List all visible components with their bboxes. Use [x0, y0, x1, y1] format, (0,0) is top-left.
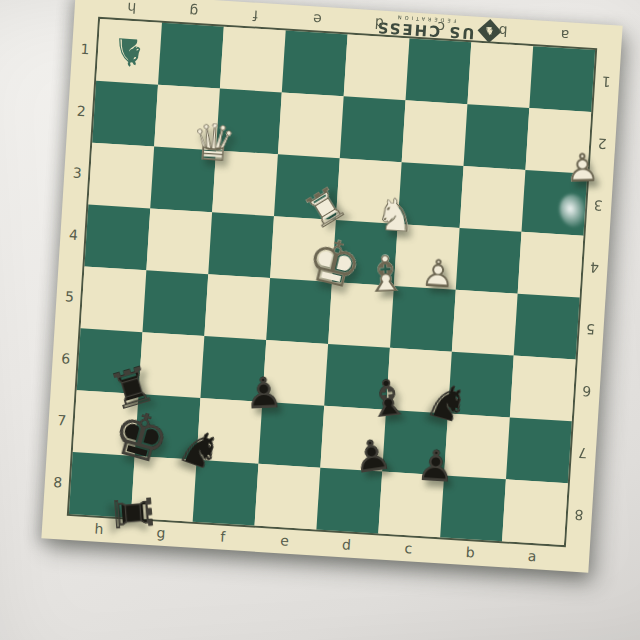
- piece-glyph-outline: ♙: [405, 241, 471, 307]
- file-label-e-bottom: e: [253, 526, 317, 556]
- square-h3[interactable]: [88, 143, 154, 209]
- square-f5[interactable]: [204, 274, 270, 340]
- rank-label-2-right: 2: [587, 112, 617, 176]
- rank-label-4-right: 4: [580, 236, 610, 300]
- rank-label-6-right: 6: [572, 359, 602, 423]
- white-knight-d3[interactable]: ♞♘: [362, 182, 428, 248]
- file-label-b-bottom: b: [439, 537, 503, 567]
- rank-label-4-left: 4: [59, 203, 89, 267]
- square-g1[interactable]: [158, 23, 224, 89]
- file-label-g-bottom: g: [129, 518, 193, 548]
- square-c1[interactable]: [406, 38, 472, 104]
- square-a1[interactable]: [529, 46, 595, 112]
- piece-glyph-outline: ♙: [232, 361, 297, 426]
- square-c2[interactable]: [402, 100, 468, 166]
- square-a4[interactable]: [518, 232, 584, 298]
- square-h5[interactable]: [81, 266, 147, 332]
- chess-board: ♞ US CHESS FEDERATION ♞♟♙♛♕♞♘♜♖♝♗♚♔♟♙♜♖♟…: [41, 0, 622, 573]
- square-a6[interactable]: [510, 356, 576, 422]
- corner-knight-emblem-icon: ♞: [96, 19, 162, 85]
- rank-label-5-right: 5: [576, 298, 606, 362]
- piece-glyph-outline: ♙: [337, 421, 407, 491]
- file-label-d-bottom: d: [315, 530, 379, 560]
- rank-label-7-left: 7: [47, 389, 77, 453]
- file-label-f-top: f: [224, 1, 288, 31]
- rank-label-7-right: 7: [568, 421, 598, 485]
- square-b1[interactable]: [467, 42, 533, 108]
- square-a5[interactable]: [514, 294, 580, 360]
- square-a7[interactable]: [506, 417, 572, 483]
- rank-label-1-left: 1: [70, 17, 100, 81]
- file-label-c-top: c: [409, 12, 473, 42]
- square-d2[interactable]: [340, 96, 406, 162]
- rank-label-3-left: 3: [62, 141, 92, 205]
- square-e1[interactable]: [282, 31, 348, 97]
- square-e2[interactable]: [278, 92, 344, 158]
- file-label-g-top: g: [162, 0, 226, 27]
- square-a8[interactable]: [502, 479, 568, 545]
- square-g4[interactable]: [146, 208, 212, 274]
- piece-glyph-outline: ♘: [362, 182, 428, 248]
- piece-glyph-outline: ♕: [181, 110, 247, 176]
- file-label-f-bottom: f: [191, 522, 255, 552]
- square-b2[interactable]: [464, 104, 530, 170]
- file-label-a-bottom: a: [500, 541, 564, 571]
- file-label-h-bottom: h: [67, 514, 131, 544]
- white-pawn-c4[interactable]: ♟♙: [405, 241, 471, 307]
- black-pawn-f6-toppled[interactable]: ♟♙: [232, 361, 297, 426]
- rank-label-8-left: 8: [43, 450, 73, 514]
- square-h4[interactable]: [84, 205, 150, 271]
- square-h1[interactable]: ♞: [96, 19, 162, 85]
- file-label-d-top: d: [348, 9, 412, 39]
- square-h2[interactable]: [92, 81, 158, 147]
- rank-label-5-left: 5: [55, 265, 85, 329]
- rank-label-2-left: 2: [66, 79, 96, 143]
- rank-label-1-right: 1: [591, 50, 621, 114]
- square-e8[interactable]: [255, 464, 321, 530]
- piece-glyph-outline: ♙: [403, 433, 469, 499]
- square-g5[interactable]: [142, 270, 208, 336]
- square-f1[interactable]: [220, 27, 286, 93]
- square-d1[interactable]: [344, 34, 410, 100]
- board-grid: ♞♟♙♛♕♞♘♜♖♝♗♚♔♟♙♜♖♟♙♝♗♞♘♚♔♞♘♟♙♟♙♜♖: [69, 19, 595, 545]
- white-queen-g2[interactable]: ♛♕: [181, 110, 247, 176]
- file-label-h-top: h: [100, 0, 164, 23]
- rank-label-8-right: 8: [564, 483, 594, 547]
- square-b3[interactable]: [460, 166, 526, 232]
- rank-label-6-left: 6: [51, 327, 81, 391]
- file-label-e-top: e: [286, 5, 350, 35]
- file-label-b-top: b: [471, 16, 535, 46]
- square-f4[interactable]: [208, 212, 274, 278]
- black-pawn-c7[interactable]: ♟♙: [403, 433, 469, 499]
- black-pawn-d7[interactable]: ♟♙: [337, 421, 407, 491]
- rank-label-3-right: 3: [583, 174, 613, 238]
- file-label-c-bottom: c: [377, 533, 441, 563]
- file-label-a-top: a: [533, 20, 597, 50]
